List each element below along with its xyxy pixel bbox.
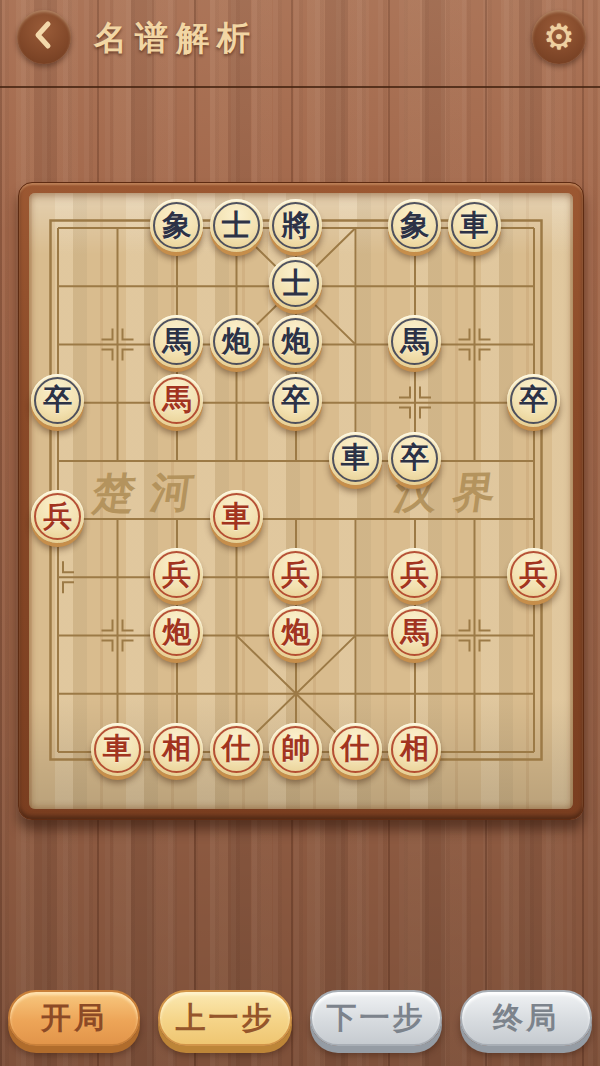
piece-glyph: 相 <box>162 734 191 764</box>
final-position-button[interactable]: 终局 <box>460 990 592 1046</box>
piece-black-卒[interactable]: 卒 <box>31 374 84 427</box>
start-position-button[interactable]: 开局 <box>8 990 140 1046</box>
piece-red-帥[interactable]: 帥 <box>269 723 322 776</box>
piece-glyph: 炮 <box>162 618 191 648</box>
piece-black-象[interactable]: 象 <box>150 199 203 252</box>
piece-glyph: 車 <box>103 734 132 764</box>
piece-glyph: 象 <box>162 211 191 241</box>
piece-glyph: 兵 <box>162 560 191 590</box>
piece-red-車[interactable]: 車 <box>210 490 263 543</box>
next-move-button[interactable]: 下一步 <box>310 990 442 1046</box>
piece-black-炮[interactable]: 炮 <box>210 315 263 368</box>
piece-glyph: 卒 <box>281 385 310 415</box>
piece-red-兵[interactable]: 兵 <box>269 548 322 601</box>
piece-red-相[interactable]: 相 <box>388 723 441 776</box>
piece-black-卒[interactable]: 卒 <box>507 374 560 427</box>
piece-red-兵[interactable]: 兵 <box>31 490 84 543</box>
piece-red-仕[interactable]: 仕 <box>210 723 263 776</box>
piece-black-炮[interactable]: 炮 <box>269 315 322 368</box>
piece-black-馬[interactable]: 馬 <box>150 315 203 368</box>
piece-glyph: 仕 <box>341 734 370 764</box>
piece-glyph: 馬 <box>400 618 429 648</box>
piece-red-炮[interactable]: 炮 <box>150 606 203 659</box>
piece-glyph: 車 <box>341 443 370 473</box>
piece-glyph: 炮 <box>281 327 310 357</box>
piece-glyph: 馬 <box>400 327 429 357</box>
piece-red-兵[interactable]: 兵 <box>150 548 203 601</box>
piece-glyph: 仕 <box>222 734 251 764</box>
piece-black-將[interactable]: 將 <box>269 199 322 252</box>
piece-black-馬[interactable]: 馬 <box>388 315 441 368</box>
piece-black-士[interactable]: 士 <box>269 257 322 310</box>
previous-move-button[interactable]: 上一步 <box>158 990 292 1046</box>
back-button[interactable] <box>17 10 71 64</box>
piece-glyph: 卒 <box>43 385 72 415</box>
piece-red-兵[interactable]: 兵 <box>507 548 560 601</box>
piece-red-車[interactable]: 車 <box>91 723 144 776</box>
piece-glyph: 象 <box>400 211 429 241</box>
piece-glyph: 炮 <box>222 327 251 357</box>
piece-glyph: 相 <box>400 734 429 764</box>
piece-glyph: 馬 <box>162 327 191 357</box>
replay-controls: 开局 上一步 下一步 终局 <box>8 990 592 1046</box>
gear-icon: ⚙ <box>543 20 574 55</box>
piece-glyph: 士 <box>281 269 310 299</box>
page-title: 名谱解析 <box>94 16 258 61</box>
xiangqi-board: 楚河 汉界 象士將象車士馬炮炮馬卒馬卒卒車卒兵車兵兵兵兵炮炮馬車相仕帥仕相 <box>29 193 573 809</box>
piece-black-象[interactable]: 象 <box>388 199 441 252</box>
settings-button[interactable]: ⚙ <box>532 10 586 64</box>
piece-red-兵[interactable]: 兵 <box>388 548 441 601</box>
piece-black-卒[interactable]: 卒 <box>388 432 441 485</box>
piece-red-相[interactable]: 相 <box>150 723 203 776</box>
piece-black-士[interactable]: 士 <box>210 199 263 252</box>
piece-glyph: 帥 <box>281 734 310 764</box>
piece-black-車[interactable]: 車 <box>329 432 382 485</box>
board-frame: 楚河 汉界 象士將象車士馬炮炮馬卒馬卒卒車卒兵車兵兵兵兵炮炮馬車相仕帥仕相 <box>18 182 584 820</box>
piece-black-車[interactable]: 車 <box>448 199 501 252</box>
piece-glyph: 兵 <box>43 502 72 532</box>
header-divider <box>0 86 600 88</box>
piece-red-炮[interactable]: 炮 <box>269 606 322 659</box>
piece-glyph: 卒 <box>400 443 429 473</box>
piece-glyph: 馬 <box>162 385 191 415</box>
piece-red-馬[interactable]: 馬 <box>150 374 203 427</box>
piece-glyph: 車 <box>460 211 489 241</box>
piece-glyph: 兵 <box>519 560 548 590</box>
piece-glyph: 炮 <box>281 618 310 648</box>
piece-glyph: 兵 <box>400 560 429 590</box>
piece-red-仕[interactable]: 仕 <box>329 723 382 776</box>
piece-glyph: 將 <box>281 211 310 241</box>
piece-black-卒[interactable]: 卒 <box>269 374 322 427</box>
piece-red-馬[interactable]: 馬 <box>388 606 441 659</box>
pieces-layer: 象士將象車士馬炮炮馬卒馬卒卒車卒兵車兵兵兵兵炮炮馬車相仕帥仕相 <box>28 199 564 781</box>
piece-glyph: 車 <box>222 502 251 532</box>
piece-glyph: 士 <box>222 211 251 241</box>
xiangqi-replay-app: { "game": "xiangqi", "position": { "fen"… <box>0 0 600 1066</box>
piece-glyph: 兵 <box>281 560 310 590</box>
chevron-left-icon <box>31 20 57 54</box>
piece-glyph: 卒 <box>519 385 548 415</box>
